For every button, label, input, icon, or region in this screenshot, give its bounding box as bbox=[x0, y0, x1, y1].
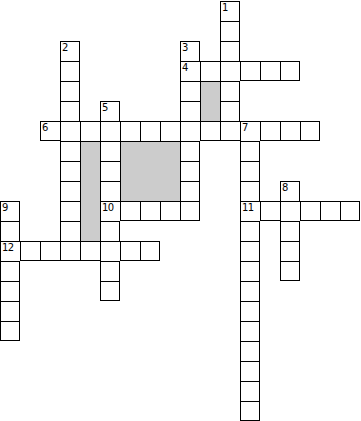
cell-r3-c14[interactable] bbox=[280, 61, 300, 81]
cell-r13-c14[interactable] bbox=[280, 261, 300, 281]
clue-number-5: 5 bbox=[102, 102, 108, 113]
cell-r11-c14[interactable] bbox=[280, 221, 300, 241]
cell-r16-c0[interactable] bbox=[0, 321, 20, 341]
cell-r3-c11[interactable] bbox=[220, 61, 240, 81]
blocked-cell-r4-c10 bbox=[200, 81, 220, 101]
cell-r12-c3[interactable] bbox=[60, 241, 80, 261]
blocked-cell-r8-c4 bbox=[80, 161, 100, 181]
cell-r7-c12[interactable] bbox=[240, 141, 260, 161]
cell-r4-c11[interactable] bbox=[220, 81, 240, 101]
clue-number-7: 7 bbox=[242, 122, 248, 133]
cell-r12-c4[interactable] bbox=[80, 241, 100, 261]
cell-r10-c0[interactable]: 9 bbox=[0, 201, 20, 221]
blocked-cell-r9-c7 bbox=[140, 181, 160, 201]
clue-number-10: 10 bbox=[102, 202, 114, 213]
cell-r11-c3[interactable] bbox=[60, 221, 80, 241]
cell-r18-c12[interactable] bbox=[240, 361, 260, 381]
cell-r2-c11[interactable] bbox=[220, 41, 240, 61]
cell-r6-c13[interactable] bbox=[260, 121, 280, 141]
blocked-cell-r8-c6 bbox=[120, 161, 140, 181]
cell-r3-c3[interactable] bbox=[60, 61, 80, 81]
cell-r12-c1[interactable] bbox=[20, 241, 40, 261]
blocked-cell-r9-c6 bbox=[120, 181, 140, 201]
blocked-cell-r7-c7 bbox=[140, 141, 160, 161]
cell-r10-c13[interactable] bbox=[260, 201, 280, 221]
cell-r12-c5[interactable] bbox=[100, 241, 120, 261]
cell-r13-c5[interactable] bbox=[100, 261, 120, 281]
cell-r8-c9[interactable] bbox=[180, 161, 200, 181]
blocked-cell-r5-c10 bbox=[200, 101, 220, 121]
cell-r6-c12[interactable]: 7 bbox=[240, 121, 260, 141]
cell-r12-c0[interactable]: 12 bbox=[0, 241, 20, 261]
cell-r6-c6[interactable] bbox=[120, 121, 140, 141]
cell-r6-c2[interactable]: 6 bbox=[40, 121, 60, 141]
cell-r8-c3[interactable] bbox=[60, 161, 80, 181]
cell-r6-c4[interactable] bbox=[80, 121, 100, 141]
cell-r15-c0[interactable] bbox=[0, 301, 20, 321]
blocked-cell-r7-c4 bbox=[80, 141, 100, 161]
cell-r10-c16[interactable] bbox=[320, 201, 340, 221]
cell-r8-c5[interactable] bbox=[100, 161, 120, 181]
cell-r10-c17[interactable] bbox=[340, 201, 360, 221]
cell-r9-c12[interactable] bbox=[240, 181, 260, 201]
cell-r15-c12[interactable] bbox=[240, 301, 260, 321]
blocked-cell-r8-c8 bbox=[160, 161, 180, 181]
cell-r5-c11[interactable] bbox=[220, 101, 240, 121]
clue-number-12: 12 bbox=[2, 242, 14, 253]
cell-r9-c5[interactable] bbox=[100, 181, 120, 201]
cell-r16-c12[interactable] bbox=[240, 321, 260, 341]
cell-r10-c5[interactable]: 10 bbox=[100, 201, 120, 221]
cell-r3-c10[interactable] bbox=[200, 61, 220, 81]
clue-number-11: 11 bbox=[242, 202, 254, 213]
clue-number-8: 8 bbox=[282, 182, 288, 193]
cell-r2-c3[interactable]: 2 bbox=[60, 41, 80, 61]
cell-r5-c9[interactable] bbox=[180, 101, 200, 121]
cell-r5-c3[interactable] bbox=[60, 101, 80, 121]
clue-number-6: 6 bbox=[42, 122, 48, 133]
cell-r10-c9[interactable] bbox=[180, 201, 200, 221]
clue-number-3: 3 bbox=[182, 42, 188, 53]
cell-r9-c14[interactable]: 8 bbox=[280, 181, 300, 201]
cell-r7-c3[interactable] bbox=[60, 141, 80, 161]
cell-r12-c6[interactable] bbox=[120, 241, 140, 261]
cell-r6-c9[interactable] bbox=[180, 121, 200, 141]
cell-r12-c2[interactable] bbox=[40, 241, 60, 261]
cell-r5-c5[interactable]: 5 bbox=[100, 101, 120, 121]
clue-number-1: 1 bbox=[222, 2, 228, 13]
cell-r6-c15[interactable] bbox=[300, 121, 320, 141]
cell-r12-c12[interactable] bbox=[240, 241, 260, 261]
cell-r6-c5[interactable] bbox=[100, 121, 120, 141]
cell-r6-c10[interactable] bbox=[200, 121, 220, 141]
blocked-cell-r9-c4 bbox=[80, 181, 100, 201]
cell-r3-c9[interactable]: 4 bbox=[180, 61, 200, 81]
cell-r6-c7[interactable] bbox=[140, 121, 160, 141]
cell-r17-c12[interactable] bbox=[240, 341, 260, 361]
clue-number-2: 2 bbox=[62, 42, 68, 53]
clue-number-9: 9 bbox=[2, 202, 8, 213]
cell-r11-c12[interactable] bbox=[240, 221, 260, 241]
cell-r11-c0[interactable] bbox=[0, 221, 20, 241]
cell-r14-c12[interactable] bbox=[240, 281, 260, 301]
cell-r3-c12[interactable] bbox=[240, 61, 260, 81]
cell-r6-c14[interactable] bbox=[280, 121, 300, 141]
blocked-cell-r9-c8 bbox=[160, 181, 180, 201]
cell-r12-c14[interactable] bbox=[280, 241, 300, 261]
cell-r19-c12[interactable] bbox=[240, 381, 260, 401]
cell-r10-c3[interactable] bbox=[60, 201, 80, 221]
cell-r6-c3[interactable] bbox=[60, 121, 80, 141]
cell-r3-c13[interactable] bbox=[260, 61, 280, 81]
cell-r6-c11[interactable] bbox=[220, 121, 240, 141]
blocked-cell-r7-c6 bbox=[120, 141, 140, 161]
cell-r12-c7[interactable] bbox=[140, 241, 160, 261]
cell-r1-c11[interactable] bbox=[220, 21, 240, 41]
cell-r7-c5[interactable] bbox=[100, 141, 120, 161]
cell-r13-c12[interactable] bbox=[240, 261, 260, 281]
cell-r4-c3[interactable] bbox=[60, 81, 80, 101]
cell-r7-c9[interactable] bbox=[180, 141, 200, 161]
cell-r9-c3[interactable] bbox=[60, 181, 80, 201]
cell-r6-c8[interactable] bbox=[160, 121, 180, 141]
crossword-board: 123456789101112 bbox=[0, 1, 360, 421]
cell-r10-c15[interactable] bbox=[300, 201, 320, 221]
cell-r4-c9[interactable] bbox=[180, 81, 200, 101]
cell-r10-c7[interactable] bbox=[140, 201, 160, 221]
cell-r13-c0[interactable] bbox=[0, 261, 20, 281]
cell-r8-c12[interactable] bbox=[240, 161, 260, 181]
blocked-cell-r10-c4 bbox=[80, 201, 100, 221]
clue-number-4: 4 bbox=[182, 62, 188, 73]
cell-r20-c12[interactable] bbox=[240, 401, 260, 421]
cell-r0-c11[interactable]: 1 bbox=[220, 1, 240, 21]
cell-r10-c8[interactable] bbox=[160, 201, 180, 221]
blocked-cell-r11-c4 bbox=[80, 221, 100, 241]
cell-r11-c5[interactable] bbox=[100, 221, 120, 241]
blocked-cell-r7-c8 bbox=[160, 141, 180, 161]
blocked-cell-r8-c7 bbox=[140, 161, 160, 181]
cell-r9-c9[interactable] bbox=[180, 181, 200, 201]
cell-r14-c5[interactable] bbox=[100, 281, 120, 301]
cell-r14-c0[interactable] bbox=[0, 281, 20, 301]
cell-r10-c14[interactable] bbox=[280, 201, 300, 221]
cell-r10-c12[interactable]: 11 bbox=[240, 201, 260, 221]
cell-r2-c9[interactable]: 3 bbox=[180, 41, 200, 61]
cell-r10-c6[interactable] bbox=[120, 201, 140, 221]
